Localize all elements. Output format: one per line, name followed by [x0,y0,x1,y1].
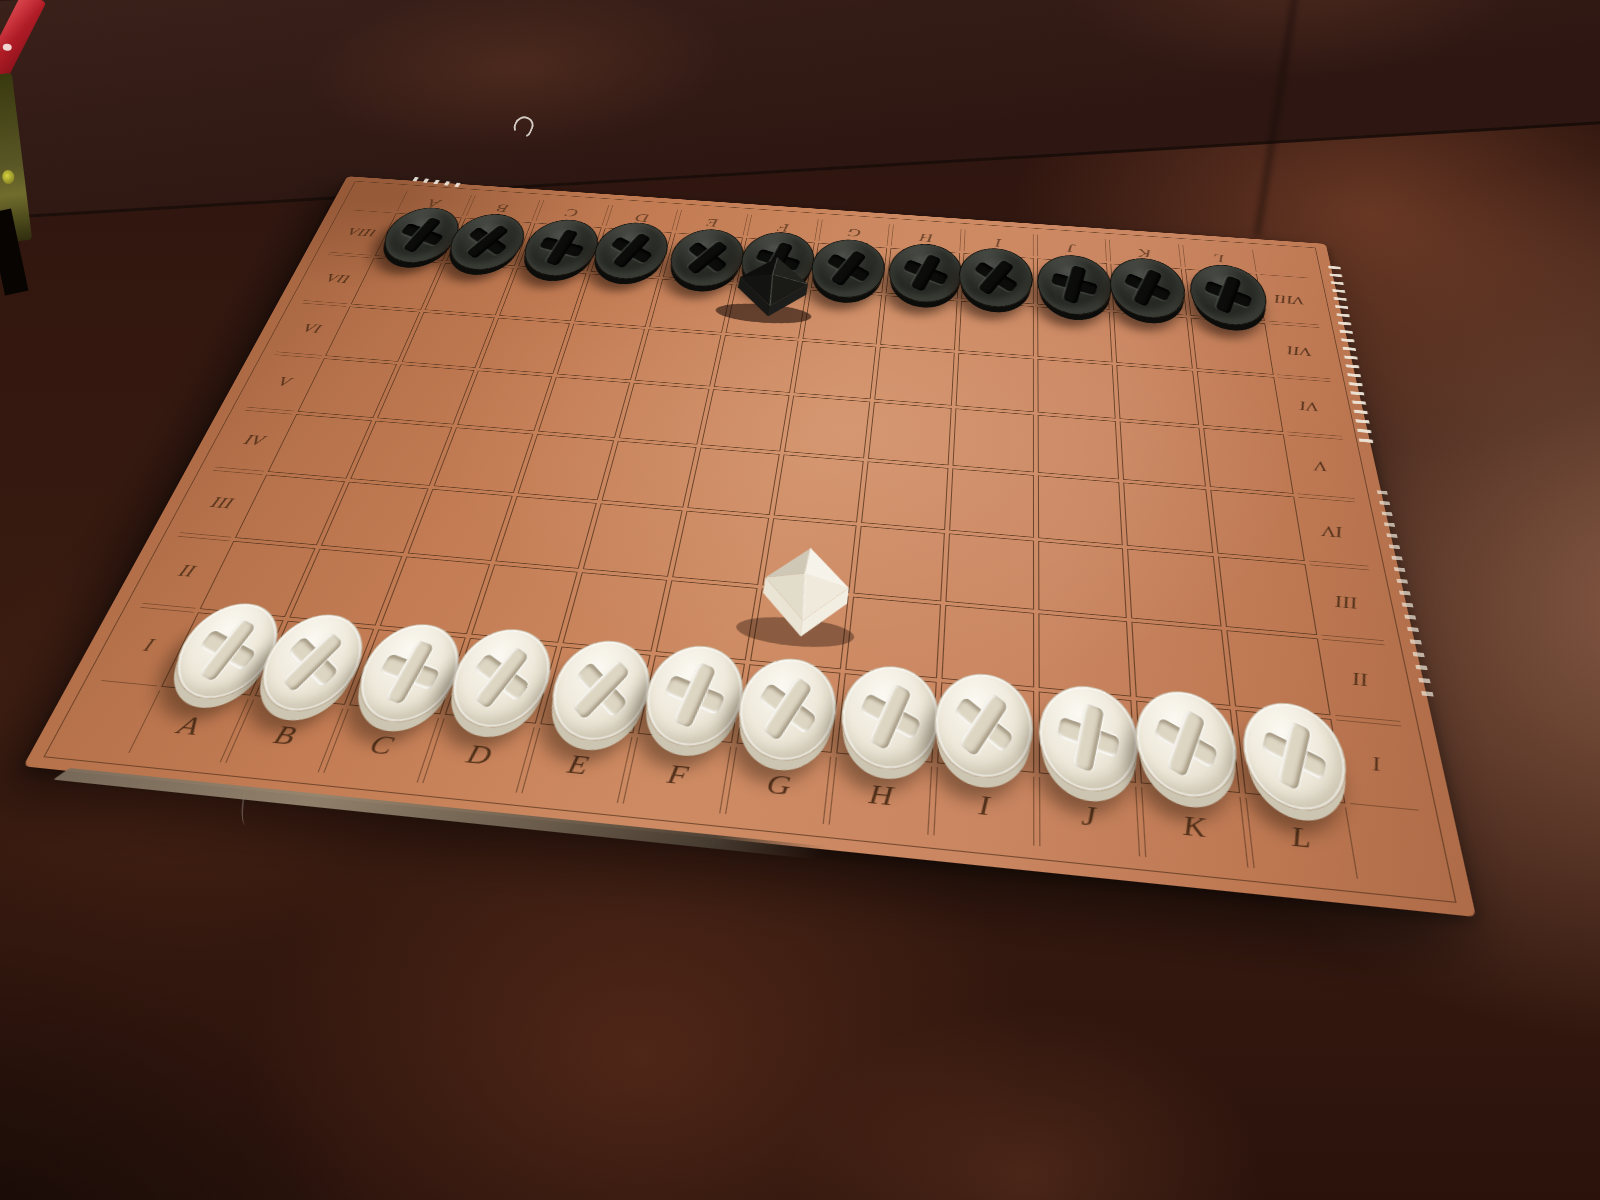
square-d6[interactable] [556,323,645,380]
rank-label-right-V: V [1288,435,1355,499]
square-d3[interactable] [495,496,597,568]
rank-numeral: VI [300,321,324,336]
square-j4[interactable] [1037,475,1123,545]
square-l4[interactable] [1210,490,1304,562]
rank-numeral: III [207,493,236,512]
rank-numeral: VIII [345,225,378,239]
white-dux-pyramid[interactable] [745,530,863,651]
white-soldier-disc[interactable] [1133,687,1242,802]
rank-numeral: I [1370,751,1383,776]
square-f7[interactable] [726,285,807,339]
square-h4[interactable] [861,461,948,530]
square-e5[interactable] [619,383,710,445]
rank-numeral: II [1350,667,1370,690]
square-c6[interactable] [479,318,570,374]
rank-label-right-VI: VI [1278,377,1342,436]
square-f4[interactable] [687,448,779,516]
rank-numeral: II [175,561,199,582]
square-c5[interactable] [457,370,552,431]
square-k4[interactable] [1124,483,1214,554]
rank-numeral: V [275,374,294,390]
square-k8[interactable] [1111,264,1187,316]
square-j3[interactable] [1038,541,1128,617]
square-e6[interactable] [635,329,722,386]
square-l8[interactable] [1185,269,1265,321]
rank-numeral: VIII [1273,292,1306,308]
black-soldier-disc[interactable] [1108,256,1188,321]
square-h5[interactable] [868,402,952,466]
photo-scene: ABCDEFGHIJKLVIIIVIIIVIIVIIVIVIVVIVIVIIII… [0,0,1600,1200]
rank-numeral: V [1313,457,1329,475]
rank-numeral: VI [1298,398,1320,415]
square-d5[interactable] [538,377,631,438]
square-j5[interactable] [1037,415,1119,480]
square-f6[interactable] [714,335,799,393]
square-e3[interactable] [583,504,683,577]
white-soldier-disc[interactable] [1237,698,1354,815]
square-g6[interactable] [794,341,877,399]
square-i3[interactable] [945,534,1033,610]
rank-numeral: I [139,635,157,657]
square-g4[interactable] [774,454,864,522]
square-i8[interactable] [961,253,1033,304]
square-h6[interactable] [874,347,954,406]
square-i4[interactable] [949,468,1034,538]
black-dux-pyramid[interactable] [722,246,820,327]
square-j6[interactable] [1037,359,1116,419]
square-g5[interactable] [784,395,870,458]
square-l5[interactable] [1203,428,1293,494]
square-k3[interactable] [1127,549,1221,626]
square-e4[interactable] [602,441,697,508]
square-g8[interactable] [811,243,887,293]
square-k5[interactable] [1120,421,1206,486]
square-d4[interactable] [517,434,614,500]
black-soldier-disc[interactable] [957,246,1032,310]
square-i1[interactable] [937,682,1034,773]
square-i6[interactable] [955,353,1033,412]
square-i5[interactable] [952,408,1033,472]
rank-label-right-IV: IV [1298,497,1368,567]
square-f5[interactable] [701,389,789,451]
square-g1[interactable] [736,664,840,753]
rank-label-right-III: III [1310,565,1384,641]
square-h3[interactable] [853,526,944,601]
corner-blank [1348,806,1437,889]
square-l1[interactable] [1236,710,1346,804]
rank-numeral: III [1333,591,1360,613]
square-f3[interactable] [672,511,769,585]
rank-numeral: IV [1321,521,1345,541]
rank-numeral: VII [323,271,352,286]
rank-label-right-VII: VII [1269,324,1330,379]
black-soldier-disc[interactable] [1187,262,1271,327]
square-l3[interactable] [1218,557,1317,635]
square-l6[interactable] [1197,371,1283,432]
rank-numeral: VII [1285,343,1312,359]
rank-numeral: IV [241,431,268,449]
square-k1[interactable] [1136,700,1240,793]
square-k6[interactable] [1117,365,1200,425]
